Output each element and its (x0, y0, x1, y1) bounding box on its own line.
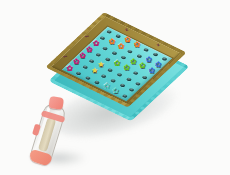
peg-hole[interactable] (122, 94, 129, 98)
peg-hole[interactable] (111, 51, 118, 55)
frame-swirl-icon: ∿ (123, 27, 131, 32)
peg-hole[interactable] (101, 74, 108, 78)
frame-swirl-icon: ∿ (61, 54, 69, 59)
frame-swirl-icon: ∿ (154, 42, 162, 47)
peg-hole[interactable] (127, 49, 134, 53)
peg-hole[interactable] (143, 48, 150, 52)
dispenser-cap[interactable] (48, 96, 64, 110)
peg-hole[interactable] (126, 77, 133, 81)
peg-hole[interactable] (135, 82, 142, 86)
peg-hole[interactable] (75, 71, 82, 75)
peg-hole[interactable] (89, 59, 96, 63)
peg-hole[interactable] (85, 76, 92, 80)
peg-hole[interactable] (116, 73, 123, 77)
peg-hole[interactable] (141, 75, 148, 79)
peg-hole[interactable] (94, 80, 101, 84)
peg-hole[interactable] (107, 68, 114, 72)
peg-hole[interactable] (132, 71, 139, 75)
peg-hole[interactable] (128, 88, 135, 92)
peg-hole[interactable] (106, 30, 113, 34)
frame-swirl-icon: ∿ (83, 34, 91, 39)
photo-scene: ∿ ∿ ∿ ∿ ∿ ∿ ∿ ∿ ✿✿✿✿✿✿✿✿✿✿✿✿✿✿★✿★✿✿✿ (0, 0, 230, 175)
peg-hole[interactable] (82, 65, 89, 69)
peg-hole[interactable] (95, 53, 102, 57)
peg-hole[interactable] (102, 47, 109, 51)
